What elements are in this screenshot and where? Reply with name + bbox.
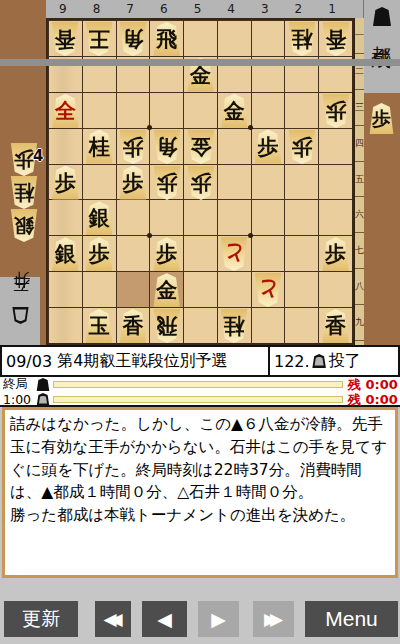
- move-text: 投了: [329, 351, 361, 372]
- gote-hand-count: 4: [33, 147, 43, 165]
- game-date: 09/03: [6, 352, 52, 371]
- gote-name-plate: 石井: [0, 277, 40, 345]
- commentary-text[interactable]: 詰みはなかった。しかし、この▲６八金が冷静。先手玉に有効な王手がかからない。石井…: [2, 407, 398, 578]
- file-label: 5: [181, 0, 215, 18]
- update-button[interactable]: 更新: [4, 601, 78, 637]
- sente-clock-label: 終局: [0, 376, 36, 393]
- rank-label: 五: [355, 162, 364, 198]
- rank-label: 九: [355, 305, 364, 341]
- star-point: [147, 125, 152, 130]
- gote-name: 石井: [9, 299, 32, 305]
- sente-clock-icon: [36, 378, 50, 391]
- rewind-to-start-icon[interactable]: ◀◀: [95, 601, 131, 637]
- clock-panel: 終局 残 0:00 1:00 残 0:00: [0, 377, 400, 407]
- move-info-bar: 122. 投了: [268, 345, 400, 377]
- last-move-highlight: [117, 272, 150, 307]
- rank-label: 八: [355, 269, 364, 305]
- star-point: [248, 233, 253, 238]
- previous-move-icon[interactable]: ◀: [142, 601, 187, 637]
- rank-label: 一: [355, 18, 364, 54]
- gote-remaining: 残 0:00: [348, 391, 398, 409]
- bottom-edge: [0, 59, 400, 66]
- file-label: 2: [282, 0, 316, 18]
- rank-label: 三: [355, 90, 364, 126]
- file-label: 1: [315, 0, 349, 18]
- fast-forward-icon[interactable]: ▶▶: [253, 601, 294, 637]
- file-labels: 987654321: [46, 0, 363, 18]
- rank-label: 七: [355, 233, 364, 269]
- shogi-app: 987654321 香王角飛桂香金全金歩桂歩角金歩歩歩歩歩歩銀銀歩歩と歩金と玉香…: [0, 0, 400, 644]
- sente-piece-icon: [372, 7, 392, 26]
- file-label: 7: [113, 0, 147, 18]
- sente-name: 都成: [369, 30, 396, 36]
- star-point: [147, 233, 152, 238]
- board-frame: 香王角飛桂香金全金歩桂歩角金歩歩歩歩歩歩銀銀歩歩と歩金と玉香飛桂香: [46, 18, 354, 345]
- file-label: 9: [46, 0, 80, 18]
- gote-clock-icon: [36, 393, 50, 406]
- gote-clock-label: 1:00: [0, 392, 36, 407]
- gote-time-bar: [53, 396, 343, 403]
- gote-piece-icon: [11, 307, 29, 324]
- menu-button[interactable]: Menu: [305, 601, 398, 637]
- file-label: 3: [248, 0, 282, 18]
- rank-label: 四: [355, 126, 364, 162]
- event-name: 第4期叡王戦段位別予選: [57, 351, 227, 372]
- file-label: 6: [147, 0, 181, 18]
- file-label: 4: [214, 0, 248, 18]
- move-number: 122.: [274, 352, 310, 371]
- rank-label: 六: [355, 197, 364, 233]
- shogi-board[interactable]: 香王角飛桂香金全金歩桂歩角金歩歩歩歩歩歩銀銀歩歩と歩金と玉香飛桂香: [48, 20, 352, 343]
- sente-name-plate: 都成: [364, 0, 400, 93]
- sente-time-bar: [53, 381, 343, 388]
- game-info-bar: 09/03 第4期叡王戦段位別予選: [0, 345, 270, 377]
- file-label: 8: [80, 0, 114, 18]
- next-move-icon[interactable]: ▶: [198, 601, 239, 637]
- rank-labels: 一二三四五六七八九: [354, 18, 364, 345]
- toolbar: 更新 ◀◀ ◀ ▶ ▶▶ Menu: [0, 578, 400, 644]
- gote-symbol-icon: [312, 354, 327, 368]
- board-section: 987654321 香王角飛桂香金全金歩桂歩角金歩歩歩歩歩歩銀銀歩歩と歩金と玉香…: [0, 0, 400, 345]
